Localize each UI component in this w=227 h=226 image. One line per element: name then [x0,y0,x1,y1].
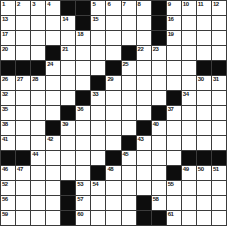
white-cell-r14c13[interactable] [182,196,196,210]
black-cell-r11c15 [212,151,226,165]
white-cell-r3c12[interactable]: 19 [167,31,181,45]
white-cell-r9c5[interactable]: 39 [61,121,75,135]
white-cell-r3c15[interactable] [212,31,226,45]
white-cell-r2c3[interactable] [31,16,45,30]
white-cell-r7c11[interactable] [152,91,166,105]
clue-number-55: 55 [168,181,174,188]
clue-number-14: 14 [62,16,68,23]
black-cell-r14c10 [137,196,151,210]
white-cell-r3c10[interactable] [137,31,151,45]
clue-number-39: 39 [62,121,68,128]
white-cell-r10c6[interactable] [76,136,90,150]
white-cell-r6c4[interactable] [46,76,60,90]
white-cell-r6c14[interactable]: 30 [197,76,211,90]
clue-number-44: 44 [32,151,38,158]
white-cell-r2c1[interactable]: 13 [1,16,15,30]
white-cell-r13c11[interactable] [152,181,166,195]
black-cell-r5c2 [16,61,30,75]
white-cell-r5c12[interactable] [167,61,181,75]
white-cell-r8c7[interactable] [91,106,105,120]
white-cell-r14c12[interactable] [167,196,181,210]
white-cell-r3c8[interactable] [106,31,120,45]
white-cell-r15c7[interactable] [91,211,105,225]
white-cell-r12c15[interactable]: 51 [212,166,226,180]
black-cell-r5c15 [212,61,226,75]
white-cell-r3c5[interactable] [61,31,75,45]
white-cell-r4c11[interactable]: 23 [152,46,166,60]
white-cell-r11c9[interactable]: 45 [122,151,136,165]
white-cell-r7c10[interactable] [137,91,151,105]
white-cell-r2c12[interactable]: 16 [167,16,181,30]
black-cell-r6c7 [91,76,105,90]
white-cell-r7c9[interactable] [122,91,136,105]
black-cell-r13c5 [61,181,75,195]
black-cell-r2c6 [76,16,90,30]
clue-number-45: 45 [123,151,129,158]
white-cell-r7c7[interactable]: 33 [91,91,105,105]
clue-number-16: 16 [168,16,174,23]
white-cell-r1c13[interactable]: 10 [182,1,196,15]
black-cell-r11c14 [197,151,211,165]
white-cell-r1c4[interactable]: 4 [46,1,60,15]
clue-number-18: 18 [77,31,83,38]
white-cell-r9c3[interactable] [31,121,45,135]
white-cell-r11c7[interactable] [91,151,105,165]
clue-number-26: 26 [2,76,8,83]
white-cell-r4c3[interactable] [31,46,45,60]
white-cell-r2c13[interactable] [182,16,196,30]
white-cell-r4c1[interactable]: 20 [1,46,15,60]
white-cell-r11c10[interactable] [137,151,151,165]
black-cell-r14c5 [61,196,75,210]
clue-number-59: 59 [2,211,8,218]
white-cell-r4c12[interactable] [167,46,181,60]
clue-number-37: 37 [168,106,174,113]
black-cell-r10c9 [122,136,136,150]
clue-number-48: 48 [107,166,113,173]
clue-number-35: 35 [2,106,8,113]
white-cell-r12c3[interactable] [31,166,45,180]
white-cell-r8c10[interactable] [137,106,151,120]
white-cell-r15c9[interactable] [122,211,136,225]
white-cell-r10c4[interactable]: 42 [46,136,60,150]
white-cell-r13c2[interactable] [16,181,30,195]
white-cell-r9c15[interactable] [212,121,226,135]
clue-number-58: 58 [153,196,159,203]
black-cell-r8c5 [61,106,75,120]
white-cell-r13c8[interactable] [106,181,120,195]
white-cell-r4c10[interactable]: 22 [137,46,151,60]
clue-number-47: 47 [17,166,23,173]
black-cell-r15c10 [137,211,151,225]
white-cell-r9c11[interactable]: 40 [152,121,166,135]
white-cell-r5c5[interactable] [61,61,75,75]
clue-number-4: 4 [47,1,50,8]
clue-number-32: 32 [2,91,8,98]
white-cell-r15c13[interactable] [182,211,196,225]
clue-number-11: 11 [198,1,203,8]
white-cell-r2c7[interactable]: 15 [91,16,105,30]
white-cell-r14c14[interactable] [197,196,211,210]
white-cell-r6c12[interactable] [167,76,181,90]
white-cell-r15c8[interactable] [106,211,120,225]
white-cell-r14c9[interactable] [122,196,136,210]
white-cell-r10c5[interactable] [61,136,75,150]
white-cell-r7c1[interactable]: 32 [1,91,15,105]
clue-number-41: 41 [2,136,8,143]
black-cell-r11c2 [16,151,30,165]
black-cell-r12c12 [167,166,181,180]
clue-number-20: 20 [2,46,8,53]
white-cell-r2c2[interactable] [16,16,30,30]
white-cell-r14c6[interactable]: 57 [76,196,90,210]
clue-number-46: 46 [2,166,8,173]
white-cell-r3c2[interactable] [16,31,30,45]
white-cell-r9c12[interactable] [167,121,181,135]
white-cell-r8c3[interactable] [31,106,45,120]
white-cell-r7c14[interactable] [197,91,211,105]
clue-number-6: 6 [107,1,110,8]
white-cell-r5c4[interactable]: 24 [46,61,60,75]
white-cell-r3c6[interactable]: 18 [76,31,90,45]
white-cell-r13c9[interactable] [122,181,136,195]
clue-number-5: 5 [92,1,95,8]
white-cell-r12c5[interactable] [61,166,75,180]
white-cell-r1c3[interactable]: 3 [31,1,45,15]
white-cell-r12c2[interactable]: 47 [16,166,30,180]
black-cell-r11c1 [1,151,15,165]
black-cell-r15c5 [61,211,75,225]
white-cell-r15c14[interactable] [197,211,211,225]
white-cell-r14c7[interactable] [91,196,105,210]
black-cell-r2c11 [152,16,166,30]
clue-number-23: 23 [153,46,159,53]
black-cell-r1c5 [61,1,75,15]
white-cell-r12c4[interactable] [46,166,60,180]
clue-number-56: 56 [2,196,8,203]
clue-number-9: 9 [168,1,171,8]
white-cell-r5c13[interactable] [182,61,196,75]
black-cell-r11c8 [106,151,120,165]
white-cell-r5c9[interactable]: 25 [122,61,136,75]
white-cell-r12c9[interactable] [122,166,136,180]
white-cell-r11c4[interactable] [46,151,60,165]
clue-number-28: 28 [32,76,38,83]
white-cell-r10c1[interactable]: 41 [1,136,15,150]
white-cell-r13c15[interactable] [212,181,226,195]
white-cell-r8c2[interactable] [16,106,30,120]
white-cell-r2c4[interactable] [46,16,60,30]
white-cell-r2c9[interactable] [122,16,136,30]
white-cell-r1c9[interactable]: 7 [122,1,136,15]
white-cell-r2c10[interactable] [137,16,151,30]
white-cell-r1c8[interactable]: 6 [106,1,120,15]
clue-number-49: 49 [183,166,189,173]
white-cell-r14c2[interactable] [16,196,30,210]
clue-number-53: 53 [77,181,83,188]
white-cell-r11c3[interactable]: 44 [31,151,45,165]
white-cell-r10c3[interactable] [31,136,45,150]
clue-number-8: 8 [138,1,141,8]
white-cell-r8c15[interactable] [212,106,226,120]
white-cell-r15c4[interactable] [46,211,60,225]
clue-number-19: 19 [168,31,174,38]
white-cell-r6c11[interactable] [152,76,166,90]
black-cell-r1c11 [152,1,166,15]
white-cell-r6c5[interactable] [61,76,75,90]
white-cell-r14c3[interactable] [31,196,45,210]
white-cell-r14c1[interactable]: 56 [1,196,15,210]
black-cell-r3c11 [152,31,166,45]
clue-number-29: 29 [107,76,113,83]
white-cell-r4c13[interactable] [182,46,196,60]
white-cell-r8c9[interactable] [122,106,136,120]
white-cell-r1c14[interactable]: 11 [197,1,211,15]
white-cell-r11c11[interactable] [152,151,166,165]
white-cell-r4c8[interactable] [106,46,120,60]
black-cell-r8c11 [152,106,166,120]
white-cell-r3c9[interactable] [122,31,136,45]
white-cell-r10c7[interactable] [91,136,105,150]
white-cell-r10c13[interactable] [182,136,196,150]
clue-number-13: 13 [2,16,8,23]
white-cell-r4c6[interactable] [76,46,90,60]
white-cell-r3c14[interactable] [197,31,211,45]
clue-number-40: 40 [153,121,159,128]
white-cell-r9c14[interactable] [197,121,211,135]
black-cell-r5c8 [106,61,120,75]
clue-number-27: 27 [17,76,23,83]
white-cell-r2c8[interactable] [106,16,120,30]
black-cell-r7c6 [76,91,90,105]
white-cell-r6c3[interactable]: 28 [31,76,45,90]
black-cell-r12c7 [91,166,105,180]
white-cell-r9c2[interactable] [16,121,30,135]
white-cell-r8c14[interactable] [197,106,211,120]
white-cell-r13c3[interactable] [31,181,45,195]
clue-number-1: 1 [2,1,5,8]
white-cell-r10c11[interactable] [152,136,166,150]
white-cell-r13c13[interactable] [182,181,196,195]
white-cell-r6c6[interactable] [76,76,90,90]
white-cell-r6c1[interactable]: 26 [1,76,15,90]
black-cell-r1c6 [76,1,90,15]
white-cell-r7c5[interactable] [61,91,75,105]
white-cell-r6c13[interactable] [182,76,196,90]
clue-number-60: 60 [77,211,83,218]
white-cell-r12c11[interactable] [152,166,166,180]
crossword-grid: 1234567891011121314151617181920212223242… [0,0,227,226]
white-cell-r10c8[interactable] [106,136,120,150]
white-cell-r12c13[interactable]: 49 [182,166,196,180]
white-cell-r6c8[interactable]: 29 [106,76,120,90]
clue-number-2: 2 [17,1,20,8]
clue-number-33: 33 [92,91,98,98]
clue-number-42: 42 [47,136,53,143]
white-cell-r2c15[interactable] [212,16,226,30]
white-cell-r5c11[interactable] [152,61,166,75]
white-cell-r13c4[interactable] [46,181,60,195]
white-cell-r3c3[interactable] [31,31,45,45]
white-cell-r15c2[interactable] [16,211,30,225]
white-cell-r15c15[interactable] [212,211,226,225]
white-cell-r7c4[interactable] [46,91,60,105]
white-cell-r4c2[interactable] [16,46,30,60]
white-cell-r13c7[interactable]: 54 [91,181,105,195]
white-cell-r3c4[interactable] [46,31,60,45]
clue-number-22: 22 [138,46,144,53]
clue-number-25: 25 [123,61,129,68]
white-cell-r10c2[interactable] [16,136,30,150]
clue-number-61: 61 [168,211,174,218]
white-cell-r2c5[interactable]: 14 [61,16,75,30]
black-cell-r7c12 [167,91,181,105]
white-cell-r4c5[interactable]: 21 [61,46,75,60]
white-cell-r10c10[interactable]: 43 [137,136,151,150]
white-cell-r6c2[interactable]: 27 [16,76,30,90]
white-cell-r14c8[interactable] [106,196,120,210]
white-cell-r1c12[interactable]: 9 [167,1,181,15]
white-cell-r7c13[interactable]: 34 [182,91,196,105]
white-cell-r8c1[interactable]: 35 [1,106,15,120]
white-cell-r13c10[interactable] [137,181,151,195]
white-cell-r8c12[interactable]: 37 [167,106,181,120]
white-cell-r9c6[interactable] [76,121,90,135]
white-cell-r10c12[interactable] [167,136,181,150]
black-cell-r9c4 [46,121,60,135]
white-cell-r1c1[interactable]: 1 [1,1,15,15]
black-cell-r9c10 [137,121,151,135]
clue-number-36: 36 [77,106,83,113]
white-cell-r13c14[interactable] [197,181,211,195]
white-cell-r14c15[interactable] [212,196,226,210]
white-cell-r11c12[interactable] [167,151,181,165]
clue-number-12: 12 [213,1,219,8]
white-cell-r11c6[interactable] [76,151,90,165]
white-cell-r12c14[interactable]: 50 [197,166,211,180]
clue-number-21: 21 [62,46,68,53]
black-cell-r5c14 [197,61,211,75]
white-cell-r9c8[interactable] [106,121,120,135]
white-cell-r1c15[interactable]: 12 [212,1,226,15]
clue-number-50: 50 [198,166,204,173]
white-cell-r2c14[interactable] [197,16,211,30]
black-cell-r5c3 [31,61,45,75]
white-cell-r9c9[interactable] [122,121,136,135]
black-cell-r5c1 [1,61,15,75]
white-cell-r12c6[interactable] [76,166,90,180]
white-cell-r12c8[interactable]: 48 [106,166,120,180]
white-cell-r15c3[interactable] [31,211,45,225]
clue-number-17: 17 [2,31,8,38]
white-cell-r4c7[interactable] [91,46,105,60]
white-cell-r10c14[interactable] [197,136,211,150]
white-cell-r15c1[interactable]: 59 [1,211,15,225]
clue-number-43: 43 [138,136,144,143]
white-cell-r7c3[interactable] [31,91,45,105]
clue-number-3: 3 [32,1,35,8]
white-cell-r7c8[interactable] [106,91,120,105]
clue-number-30: 30 [198,76,204,83]
white-cell-r4c14[interactable] [197,46,211,60]
white-cell-r10c15[interactable] [212,136,226,150]
white-cell-r6c15[interactable]: 31 [212,76,226,90]
clue-number-7: 7 [123,1,126,8]
clue-number-52: 52 [2,181,8,188]
white-cell-r8c13[interactable] [182,106,196,120]
white-cell-r14c11[interactable]: 58 [152,196,166,210]
white-cell-r5c7[interactable] [91,61,105,75]
black-cell-r4c4 [46,46,60,60]
clue-number-54: 54 [92,181,98,188]
white-cell-r7c2[interactable] [16,91,30,105]
clue-number-38: 38 [2,121,8,128]
white-cell-r13c6[interactable]: 53 [76,181,90,195]
clue-number-34: 34 [183,91,189,98]
white-cell-r9c1[interactable]: 38 [1,121,15,135]
white-cell-r8c6[interactable]: 36 [76,106,90,120]
white-cell-r11c5[interactable] [61,151,75,165]
black-cell-r4c9 [122,46,136,60]
white-cell-r13c12[interactable]: 55 [167,181,181,195]
clue-number-10: 10 [183,1,189,8]
white-cell-r15c6[interactable]: 60 [76,211,90,225]
white-cell-r15c12[interactable]: 61 [167,211,181,225]
black-cell-r15c11 [152,211,166,225]
white-cell-r12c10[interactable] [137,166,151,180]
white-cell-r7c15[interactable] [212,91,226,105]
clue-number-15: 15 [92,16,98,23]
white-cell-r3c13[interactable] [182,31,196,45]
white-cell-r14c4[interactable] [46,196,60,210]
clue-number-31: 31 [213,76,219,83]
white-cell-r1c10[interactable]: 8 [137,1,151,15]
white-cell-r6c9[interactable] [122,76,136,90]
white-cell-r6c10[interactable] [137,76,151,90]
white-cell-r3c1[interactable]: 17 [1,31,15,45]
clue-number-57: 57 [77,196,83,203]
white-cell-r1c2[interactable]: 2 [16,1,30,15]
white-cell-r9c13[interactable] [182,121,196,135]
black-cell-r11c13 [182,151,196,165]
white-cell-r3c7[interactable] [91,31,105,45]
white-cell-r5c10[interactable] [137,61,151,75]
white-cell-r9c7[interactable] [91,121,105,135]
white-cell-r12c1[interactable]: 46 [1,166,15,180]
white-cell-r5c6[interactable] [76,61,90,75]
white-cell-r1c7[interactable]: 5 [91,1,105,15]
white-cell-r13c1[interactable]: 52 [1,181,15,195]
clue-number-24: 24 [47,61,53,68]
white-cell-r8c8[interactable] [106,106,120,120]
clue-number-51: 51 [213,166,219,173]
white-cell-r4c15[interactable] [212,46,226,60]
white-cell-r8c4[interactable] [46,106,60,120]
